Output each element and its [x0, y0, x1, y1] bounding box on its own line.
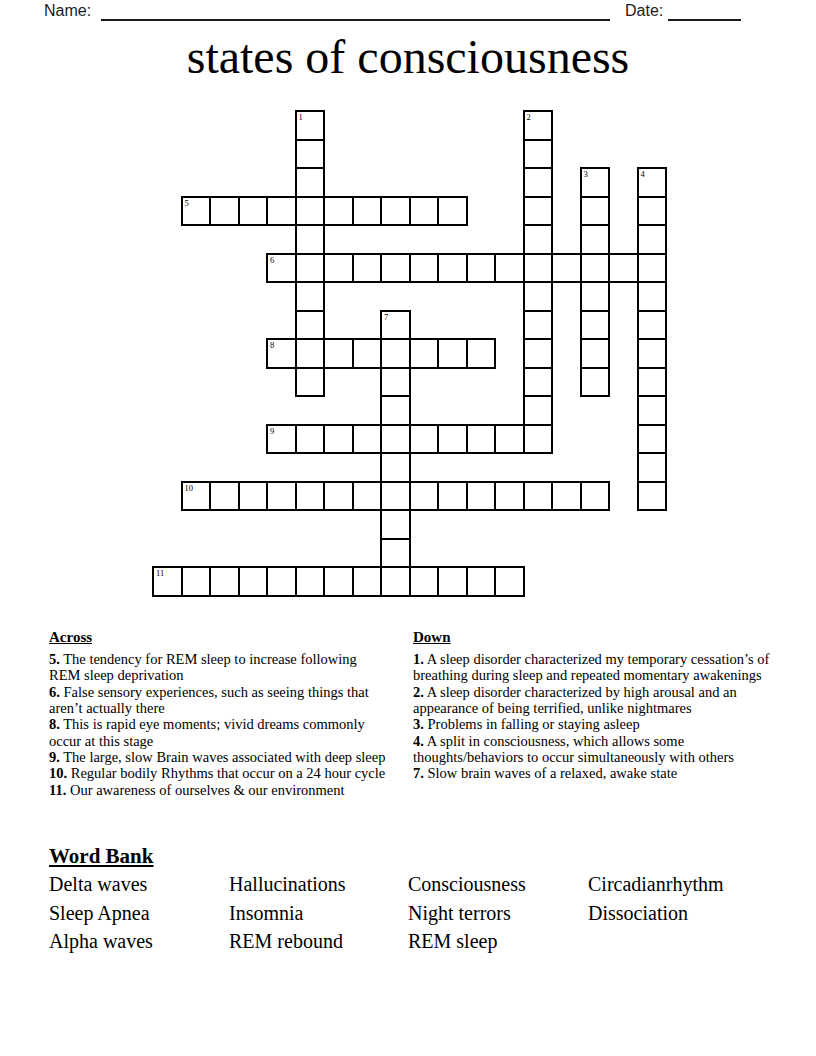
grid-cell[interactable] — [409, 338, 440, 369]
grid-cell[interactable] — [466, 566, 497, 597]
grid-cell[interactable] — [637, 253, 668, 284]
grid-cell[interactable] — [637, 367, 668, 398]
grid-cell[interactable] — [551, 481, 582, 512]
grid-cell[interactable] — [437, 424, 468, 455]
down-clue-list: 1. A sleep disorder characterized my tem… — [413, 651, 771, 782]
grid-cell[interactable]: 7 — [380, 310, 411, 341]
grid-cell[interactable] — [409, 566, 440, 597]
grid-cell[interactable] — [409, 424, 440, 455]
grid-cell[interactable] — [637, 224, 668, 255]
down-clues-section: Down 1. A sleep disorder characterized m… — [413, 629, 771, 782]
grid-cell[interactable] — [238, 481, 269, 512]
grid-cell[interactable] — [523, 167, 554, 198]
clue-number: 3 — [584, 169, 588, 179]
grid-cell[interactable] — [494, 566, 525, 597]
name-input-line[interactable] — [101, 2, 610, 21]
grid-cell[interactable] — [580, 338, 611, 369]
grid-cell[interactable] — [523, 281, 554, 312]
grid-cell[interactable] — [637, 395, 668, 426]
grid-cell[interactable] — [295, 224, 326, 255]
clue-number-label: 3. — [413, 716, 424, 732]
clue-number-label: 5. — [49, 651, 60, 667]
grid-cell[interactable] — [437, 481, 468, 512]
grid-cell[interactable] — [637, 424, 668, 455]
clue: 2. A sleep disorder characterized by hig… — [413, 684, 771, 717]
grid-cell[interactable] — [637, 281, 668, 312]
grid-cell[interactable] — [380, 367, 411, 398]
grid-cell[interactable] — [523, 310, 554, 341]
grid-cell[interactable] — [637, 310, 668, 341]
grid-cell[interactable] — [266, 196, 297, 227]
word-bank-heading: Word Bank — [49, 844, 153, 869]
grid-cell[interactable] — [608, 253, 639, 284]
grid-cell[interactable] — [523, 253, 554, 284]
grid-cell[interactable] — [523, 224, 554, 255]
grid-cell[interactable]: 4 — [637, 167, 668, 198]
clue: 8. This is rapid eye moments; vivid drea… — [49, 716, 389, 749]
clue-number: 4 — [641, 169, 645, 179]
word-bank-item: Delta waves — [49, 871, 229, 900]
clue-number-label: 4. — [413, 733, 424, 749]
grid-cell[interactable] — [380, 424, 411, 455]
word-bank-item: Night terrors — [408, 900, 588, 929]
grid-cell[interactable] — [238, 566, 269, 597]
clue-number: 2 — [527, 112, 531, 122]
grid-cell[interactable] — [295, 481, 326, 512]
grid-cell[interactable] — [409, 253, 440, 284]
grid-cell[interactable]: 1 — [295, 110, 326, 141]
grid-cell[interactable]: 2 — [523, 110, 554, 141]
grid-cell[interactable] — [580, 310, 611, 341]
word-bank-list: Delta wavesHallucinationsConsciousnessCi… — [49, 871, 769, 957]
grid-cell[interactable] — [409, 196, 440, 227]
grid-cell[interactable] — [380, 452, 411, 483]
grid-cell[interactable]: 9 — [266, 424, 297, 455]
grid-cell[interactable] — [523, 367, 554, 398]
clue-number-label: 6. — [49, 684, 60, 700]
grid-cell[interactable] — [637, 196, 668, 227]
clue: 9. The large, slow Brain waves associate… — [49, 749, 389, 765]
grid-cell[interactable]: 6 — [266, 253, 297, 284]
grid-cell[interactable]: 8 — [266, 338, 297, 369]
grid-cell[interactable] — [380, 509, 411, 540]
grid-cell[interactable] — [580, 281, 611, 312]
grid-cell[interactable] — [523, 196, 554, 227]
clue-number: 6 — [270, 255, 274, 265]
clue-number: 5 — [185, 198, 189, 208]
clue-number: 7 — [384, 312, 388, 322]
date-input-line[interactable] — [668, 2, 741, 21]
grid-cell[interactable] — [295, 253, 326, 284]
grid-cell[interactable] — [523, 395, 554, 426]
grid-cell[interactable] — [494, 253, 525, 284]
clue: 7. Slow brain waves of a relaxed, awake … — [413, 765, 771, 781]
word-bank-item: Insomnia — [229, 900, 408, 929]
across-clue-list: 5. The tendency for REM sleep to increas… — [49, 651, 389, 798]
clue-number-label: 8. — [49, 716, 60, 732]
clue-number: 11 — [156, 568, 164, 578]
grid-cell[interactable] — [295, 167, 326, 198]
across-clues-section: Across 5. The tendency for REM sleep to … — [49, 629, 389, 798]
word-bank-item: REM rebound — [229, 928, 408, 957]
grid-cell[interactable] — [209, 481, 240, 512]
grid-cell[interactable]: 11 — [152, 566, 183, 597]
grid-cell[interactable] — [295, 196, 326, 227]
grid-cell[interactable] — [437, 566, 468, 597]
grid-cell[interactable] — [466, 338, 497, 369]
grid-cell[interactable] — [380, 566, 411, 597]
grid-cell[interactable] — [466, 253, 497, 284]
grid-cell[interactable] — [523, 338, 554, 369]
grid-cell[interactable] — [295, 424, 326, 455]
date-label: Date: — [625, 2, 663, 20]
grid-cell[interactable] — [380, 338, 411, 369]
grid-cell[interactable] — [295, 338, 326, 369]
grid-cell[interactable] — [523, 481, 554, 512]
grid-cell[interactable] — [209, 196, 240, 227]
clue-number-label: 10. — [49, 765, 67, 781]
page-title: states of consciousness — [0, 29, 816, 85]
grid-cell[interactable] — [494, 481, 525, 512]
grid-cell[interactable] — [580, 224, 611, 255]
clue: 1. A sleep disorder characterized my tem… — [413, 651, 771, 684]
grid-cell[interactable]: 3 — [580, 167, 611, 198]
word-bank-item: Alpha waves — [49, 928, 229, 957]
word-bank-item: REM sleep — [408, 928, 588, 957]
grid-cell[interactable] — [523, 424, 554, 455]
grid-cell[interactable] — [580, 481, 611, 512]
grid-cell[interactable] — [352, 253, 383, 284]
down-heading: Down — [413, 629, 771, 646]
clue: 6. False sensory experiences, such as se… — [49, 684, 389, 717]
grid-cell[interactable] — [295, 281, 326, 312]
grid-cell[interactable] — [551, 253, 582, 284]
grid-cell[interactable] — [209, 566, 240, 597]
grid-cell[interactable] — [437, 253, 468, 284]
clue: 11. Our awareness of ourselves & our env… — [49, 782, 389, 798]
grid-cell[interactable] — [580, 253, 611, 284]
grid-cell[interactable] — [580, 367, 611, 398]
clue-number-label: 7. — [413, 765, 424, 781]
clue: 4. A split in consciousness, which allow… — [413, 733, 771, 766]
grid-cell[interactable] — [523, 139, 554, 170]
grid-cell[interactable] — [352, 566, 383, 597]
grid-cell[interactable] — [352, 424, 383, 455]
grid-cell[interactable] — [295, 367, 326, 398]
grid-cell[interactable] — [380, 481, 411, 512]
clue-number-label: 9. — [49, 749, 60, 765]
grid-cell[interactable] — [352, 481, 383, 512]
grid-cell[interactable] — [380, 395, 411, 426]
clue: 3. Problems in falling or staying asleep — [413, 716, 771, 732]
grid-cell[interactable] — [266, 566, 297, 597]
clue: 10. Regular bodily Rhythms that occur on… — [49, 765, 389, 781]
grid-cell[interactable] — [580, 196, 611, 227]
word-bank-item: Consciousness — [408, 871, 588, 900]
grid-cell[interactable] — [352, 338, 383, 369]
grid-cell[interactable] — [380, 196, 411, 227]
grid-cell[interactable] — [323, 253, 354, 284]
grid-cell[interactable] — [323, 481, 354, 512]
grid-cell[interactable] — [380, 253, 411, 284]
worksheet-page: Name: Date: states of consciousness 1234… — [0, 0, 816, 1056]
clue-number: 8 — [270, 340, 274, 350]
grid-cell[interactable] — [637, 481, 668, 512]
grid-cell[interactable] — [380, 538, 411, 569]
clue-number: 1 — [299, 112, 303, 122]
grid-cell[interactable]: 10 — [181, 481, 212, 512]
grid-cell[interactable] — [323, 424, 354, 455]
grid-cell[interactable] — [437, 196, 468, 227]
clue-number: 10 — [185, 483, 194, 493]
grid-cell[interactable] — [295, 310, 326, 341]
name-label: Name: — [44, 2, 91, 20]
grid-cell[interactable]: 5 — [181, 196, 212, 227]
clue-number-label: 1. — [413, 651, 424, 667]
grid-cell[interactable] — [637, 338, 668, 369]
clue-number-label: 11. — [49, 782, 66, 798]
grid-cell[interactable] — [323, 566, 354, 597]
word-bank-item: Dissociation — [588, 900, 766, 929]
grid-cell[interactable] — [437, 338, 468, 369]
grid-cell[interactable] — [295, 566, 326, 597]
clue: 5. The tendency for REM sleep to increas… — [49, 651, 389, 684]
crossword-grid: 1234567891011 — [152, 110, 668, 598]
across-heading: Across — [49, 629, 389, 646]
word-bank-item: Circadianrhythm — [588, 871, 766, 900]
grid-cell[interactable] — [637, 452, 668, 483]
clue-number: 9 — [270, 426, 274, 436]
grid-cell[interactable] — [352, 196, 383, 227]
word-bank-item: Sleep Apnea — [49, 900, 229, 929]
clue-number-label: 2. — [413, 684, 424, 700]
grid-cell[interactable] — [323, 196, 354, 227]
grid-cell[interactable] — [238, 196, 269, 227]
grid-cell[interactable] — [409, 481, 440, 512]
word-bank-item: Hallucinations — [229, 871, 408, 900]
grid-cell[interactable] — [181, 566, 212, 597]
grid-cell[interactable] — [466, 481, 497, 512]
grid-cell[interactable] — [466, 424, 497, 455]
grid-cell[interactable] — [494, 424, 525, 455]
grid-cell[interactable] — [323, 338, 354, 369]
grid-cell[interactable] — [295, 139, 326, 170]
grid-cell[interactable] — [266, 481, 297, 512]
